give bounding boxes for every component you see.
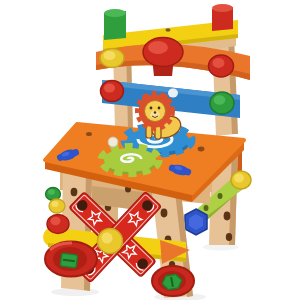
green-bar-yellow-peg — [231, 171, 251, 189]
bar-hole — [168, 89, 178, 98]
orange-bar-yellow-peg — [100, 49, 124, 68]
pearl-peg — [108, 137, 118, 147]
toy-chair-photo — [0, 0, 300, 300]
left-side-red-peg — [47, 215, 69, 234]
green-bar-blue-nut — [185, 209, 207, 235]
top-green-peg — [104, 9, 126, 40]
lion-nose — [154, 111, 156, 113]
seat-hole — [198, 147, 205, 152]
leg-hole — [71, 188, 78, 196]
orange-bar-red-peg — [209, 55, 234, 77]
leg-hole — [226, 233, 232, 241]
bar-hole — [218, 193, 223, 199]
x-center-yellow-peg — [98, 229, 123, 254]
top-red-peg — [212, 4, 233, 31]
lion-eye — [158, 107, 161, 110]
leg-hole — [224, 212, 231, 221]
seat-hole — [86, 132, 92, 136]
mushroom-screw-left — [45, 242, 97, 277]
blue-bar-red-peg — [101, 81, 124, 102]
leg-hole — [161, 209, 168, 218]
bar-hole — [204, 205, 209, 211]
ring-screw-bottom — [152, 266, 194, 296]
blue-bar-green-peg — [210, 92, 234, 114]
photo-stage — [0, 0, 300, 300]
left-side-yellow-peg — [49, 199, 65, 213]
lion-eye — [150, 107, 153, 110]
lion-face — [145, 101, 166, 122]
bar-hole — [165, 28, 170, 32]
